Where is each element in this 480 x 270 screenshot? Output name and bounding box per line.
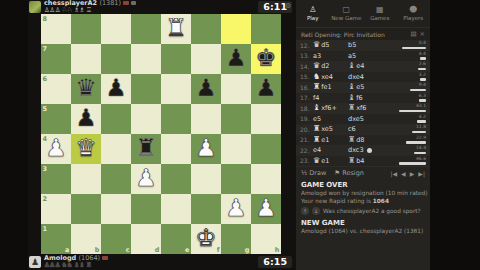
comment-icon[interactable] bbox=[367, 148, 373, 154]
square-f6[interactable]: ♟ bbox=[191, 74, 221, 104]
square-d6[interactable] bbox=[131, 74, 161, 104]
piece-icon: ♛ bbox=[313, 62, 320, 70]
black-pawn-h6[interactable]: ♟ bbox=[251, 74, 281, 104]
square-h4[interactable] bbox=[251, 134, 281, 164]
player-bar: ♟ Amologd (1064) ♟♟♟ ♞♞ ♝♝ ♜ 6:15 bbox=[28, 255, 296, 270]
black-pawn-b5[interactable]: ♟ bbox=[71, 104, 101, 134]
file-label-d: d bbox=[155, 246, 160, 254]
square-f7[interactable] bbox=[191, 44, 221, 74]
black-pawn-c6[interactable]: ♟ bbox=[101, 74, 131, 104]
player-avatar[interactable]: ♟ bbox=[29, 256, 41, 268]
rank-label-3: 3 bbox=[43, 165, 48, 173]
badge-icon bbox=[131, 1, 136, 5]
move-time-bar bbox=[399, 110, 426, 113]
move-row-21[interactable]: 21.♜e1♜d822.9 bbox=[296, 135, 430, 146]
new-game-icon: ▢ bbox=[342, 6, 350, 14]
piece-icon: ♜ bbox=[348, 136, 355, 144]
piece-icon: ♜ bbox=[313, 136, 320, 144]
black-move[interactable]: ♝f6 bbox=[348, 94, 383, 102]
captured-pieces-black: ♟♟♟ ♞♞ ♝♝ ♜ bbox=[44, 262, 108, 269]
square-h5[interactable] bbox=[251, 104, 281, 134]
move-time-value: 46.6 bbox=[416, 157, 426, 162]
move-row-16[interactable]: 16.♜fe1♝e59.4 bbox=[296, 82, 430, 93]
square-c2[interactable] bbox=[101, 194, 131, 224]
player-clock: 6:15 bbox=[258, 256, 292, 268]
new-game-subtitle: Amologd (1064) vs. chessplayerA2 (1381) bbox=[301, 228, 425, 236]
square-e5[interactable] bbox=[161, 104, 191, 134]
square-e4[interactable] bbox=[161, 134, 191, 164]
openings-book-icon[interactable]: ▤ bbox=[410, 30, 416, 38]
black-move[interactable]: b5 bbox=[348, 41, 383, 49]
black-move[interactable]: c6 bbox=[348, 125, 383, 133]
resign-button[interactable]: ⚑ Resign bbox=[334, 169, 364, 177]
white-move[interactable]: ♛d2 bbox=[313, 62, 348, 70]
square-b6[interactable]: ♛ bbox=[71, 74, 101, 104]
move-row-23[interactable]: 23.♛e1♜b446.6 bbox=[296, 156, 430, 167]
last-move-button[interactable]: ▶| bbox=[418, 170, 425, 177]
square-b5[interactable]: ♟ bbox=[71, 104, 101, 134]
white-move[interactable]: ♝xf6+ bbox=[313, 104, 348, 112]
settings-gear-icon[interactable]: ⚙ bbox=[285, 2, 291, 10]
move-row-22[interactable]: 22.e4dxc314.4 bbox=[296, 145, 430, 156]
move-time-bar bbox=[420, 78, 426, 81]
opponent-rating: (1381) bbox=[99, 0, 121, 7]
white-move[interactable]: ♞xe4 bbox=[313, 73, 348, 81]
games-icon: ▦ bbox=[376, 6, 384, 14]
piece-icon: ♝ bbox=[348, 62, 355, 70]
square-b7[interactable] bbox=[71, 44, 101, 74]
opening-name: Reti Opening: Pirc Invitation bbox=[301, 31, 407, 38]
square-f8[interactable] bbox=[191, 14, 221, 44]
black-move[interactable]: ♜b4 bbox=[348, 157, 383, 165]
move-number: 14. bbox=[300, 63, 313, 70]
move-time-bar bbox=[418, 68, 426, 71]
rank-label-6: 6 bbox=[43, 75, 48, 83]
white-move[interactable]: a3 bbox=[313, 52, 348, 60]
move-row-12[interactable]: 12.♛d5b50.4 bbox=[296, 40, 430, 51]
file-label-g: g bbox=[245, 246, 250, 254]
black-move[interactable]: ♝e4 bbox=[348, 62, 383, 70]
move-number: 12. bbox=[300, 42, 313, 49]
tab-players[interactable]: ☻ Players bbox=[397, 0, 431, 27]
rank-label-2: 2 bbox=[43, 195, 48, 203]
square-h2[interactable]: ♟ bbox=[251, 194, 281, 224]
white-move[interactable]: ♛d5 bbox=[313, 41, 348, 49]
white-move[interactable]: e4 bbox=[313, 146, 348, 154]
move-time-value: 43.1 bbox=[416, 104, 426, 109]
square-g8[interactable] bbox=[221, 14, 251, 44]
move-number: 16. bbox=[300, 84, 313, 91]
move-time-bar bbox=[399, 162, 426, 165]
play-icon: ♙ bbox=[309, 6, 316, 14]
piece-icon: ♜ bbox=[348, 104, 355, 112]
square-h8[interactable] bbox=[251, 14, 281, 44]
square-c8[interactable] bbox=[101, 14, 131, 44]
players-icon: ☻ bbox=[409, 6, 417, 14]
square-d7[interactable] bbox=[131, 44, 161, 74]
square-c1[interactable]: c bbox=[101, 224, 131, 254]
prev-move-button[interactable]: ◀ bbox=[401, 170, 406, 177]
opening-row: Reti Opening: Pirc Invitation ▤ × bbox=[296, 27, 430, 40]
piece-icon: ♝ bbox=[313, 104, 320, 112]
move-time-cell: 4.4 bbox=[383, 52, 426, 60]
white-move[interactable]: ♜xe5 bbox=[313, 125, 348, 133]
captured-pieces-white: ♙♙♙ ♘♘ ♗♗ ♖ bbox=[44, 7, 136, 14]
move-time-value: 14.4 bbox=[416, 146, 426, 151]
square-a4[interactable]: 4♟ bbox=[41, 134, 71, 164]
square-d1[interactable]: d bbox=[131, 224, 161, 254]
square-g7[interactable]: ♟ bbox=[221, 44, 251, 74]
piece-icon: ♝ bbox=[348, 94, 355, 102]
square-g6[interactable] bbox=[221, 74, 251, 104]
square-e2[interactable] bbox=[161, 194, 191, 224]
file-label-e: e bbox=[185, 246, 189, 254]
move-time-cell: 4.2 bbox=[383, 115, 426, 123]
square-h1[interactable]: h bbox=[251, 224, 281, 254]
move-number: 22. bbox=[300, 147, 313, 154]
move-number: 23. bbox=[300, 157, 313, 164]
move-time-bar bbox=[410, 89, 426, 92]
white-pawn-h2[interactable]: ♟ bbox=[251, 194, 281, 224]
square-a6[interactable]: 6 bbox=[41, 74, 71, 104]
square-c6[interactable]: ♟ bbox=[101, 74, 131, 104]
file-label-h: h bbox=[275, 246, 280, 254]
tab-bar: ♙ Play ▢ New Game ▦ Games ☻ Players bbox=[296, 0, 430, 27]
move-row-17[interactable]: 17.f4♝f66.3 bbox=[296, 93, 430, 104]
move-time-value: 11.8 bbox=[416, 125, 426, 130]
square-b8[interactable] bbox=[71, 14, 101, 44]
white-move[interactable]: ♛e1 bbox=[313, 157, 348, 165]
square-e6[interactable] bbox=[161, 74, 191, 104]
square-e7[interactable] bbox=[161, 44, 191, 74]
white-pawn-a4[interactable]: ♟ bbox=[41, 134, 71, 164]
sportsmanship-question: Was chessplayerA2 a good sport? bbox=[323, 208, 421, 214]
black-pawn-f6[interactable]: ♟ bbox=[191, 74, 221, 104]
square-c3[interactable] bbox=[101, 164, 131, 194]
chess-board[interactable]: 8♜7♟♚6♛♟♟♟5♟4♟♛♜♟3♟2♟♟1abcdef♚gh bbox=[41, 14, 281, 254]
draw-button[interactable]: ½ Draw bbox=[301, 169, 326, 177]
move-number: 18. bbox=[300, 105, 313, 112]
piece-icon: ♜ bbox=[313, 83, 320, 91]
square-h3[interactable] bbox=[251, 164, 281, 194]
game-controls: ½ Draw ⚑ Resign |◀ ◀ ▶ ▶| bbox=[296, 166, 430, 179]
move-time-cell: 46.6 bbox=[383, 157, 426, 165]
square-b4[interactable]: ♛ bbox=[71, 134, 101, 164]
square-c5[interactable] bbox=[101, 104, 131, 134]
black-king-h7[interactable]: ♚ bbox=[251, 44, 281, 74]
white-move[interactable]: f4 bbox=[313, 94, 348, 102]
square-a2[interactable]: 2 bbox=[41, 194, 71, 224]
white-pawn-f4[interactable]: ♟ bbox=[191, 134, 221, 164]
move-number: 21. bbox=[300, 136, 313, 143]
move-time-cell: 0.4 bbox=[383, 41, 426, 49]
move-time-bar bbox=[406, 141, 426, 144]
square-b3[interactable] bbox=[71, 164, 101, 194]
move-time-cell: 3.2 bbox=[383, 73, 426, 81]
move-list: 12.♛d5b50.413.a3a54.414.♛d2♝e42.615.♞xe4… bbox=[296, 40, 430, 166]
move-time-bar bbox=[412, 131, 426, 134]
square-e1[interactable]: e bbox=[161, 224, 191, 254]
sportsmanship-row: ↑ ↓ Was chessplayerA2 a good sport? bbox=[301, 207, 425, 215]
piece-icon: ♛ bbox=[313, 157, 320, 165]
move-time-bar bbox=[402, 47, 426, 50]
square-g5[interactable] bbox=[221, 104, 251, 134]
square-h7[interactable]: ♚ bbox=[251, 44, 281, 74]
move-time-cell: 22.9 bbox=[383, 136, 426, 144]
piece-icon: ♜ bbox=[348, 157, 355, 165]
black-move[interactable]: dxc3 bbox=[348, 146, 383, 154]
square-a8[interactable]: 8 bbox=[41, 14, 71, 44]
white-queen-b4[interactable]: ♛ bbox=[71, 134, 101, 164]
new-rating-value: 1064 bbox=[373, 198, 389, 204]
square-f3[interactable] bbox=[191, 164, 221, 194]
collapse-icon[interactable]: × bbox=[420, 30, 425, 38]
move-time-bar bbox=[419, 99, 426, 102]
move-time-value: 4.4 bbox=[419, 52, 426, 57]
tab-play[interactable]: ♙ Play bbox=[296, 0, 330, 27]
square-e8[interactable]: ♜ bbox=[161, 14, 191, 44]
move-time-cell: 14.4 bbox=[383, 146, 426, 154]
white-move[interactable]: e5 bbox=[313, 115, 348, 123]
move-row-15[interactable]: 15.♞xe4dxe43.2 bbox=[296, 72, 430, 83]
black-pawn-g7[interactable]: ♟ bbox=[221, 44, 251, 74]
move-row-13[interactable]: 13.a3a54.4 bbox=[296, 51, 430, 62]
flag-icon bbox=[102, 256, 108, 260]
move-time-cell: 6.3 bbox=[383, 94, 426, 102]
move-time-bar bbox=[414, 152, 426, 155]
square-a5[interactable]: 5 bbox=[41, 104, 71, 134]
piece-icon: ♜ bbox=[313, 125, 320, 133]
white-rook-e8[interactable]: ♜ bbox=[161, 14, 191, 44]
move-time-value: 6.3 bbox=[419, 94, 426, 99]
square-e3[interactable] bbox=[161, 164, 191, 194]
piece-icon: ♞ bbox=[313, 73, 320, 81]
tab-new-game[interactable]: ▢ New Game bbox=[330, 0, 364, 27]
move-time-bar bbox=[417, 120, 426, 123]
move-time-cell: 2.6 bbox=[383, 62, 426, 70]
black-move[interactable]: ♜xf6 bbox=[348, 104, 383, 112]
move-time-bar bbox=[420, 57, 426, 60]
flag-icon bbox=[123, 1, 129, 5]
tab-games[interactable]: ▦ Games bbox=[363, 0, 397, 27]
square-a7[interactable]: 7 bbox=[41, 44, 71, 74]
move-row-19[interactable]: 19.e5dxe54.2 bbox=[296, 114, 430, 125]
board-panel: chessplayerA2 (1381) ♙♙♙ ♘♘ ♗♗ ♖ 6:11 8♜… bbox=[28, 0, 296, 270]
move-time-value: 2.6 bbox=[419, 62, 426, 67]
move-time-value: 0.4 bbox=[419, 41, 426, 46]
black-move[interactable]: dxe4 bbox=[348, 73, 383, 81]
white-pawn-d3[interactable]: ♟ bbox=[131, 164, 161, 194]
move-number: 20. bbox=[300, 126, 313, 133]
move-row-18[interactable]: 18.♝xf6+♜xf643.1 bbox=[296, 103, 430, 114]
game-over-title: GAME OVER bbox=[301, 181, 425, 190]
app-frame: chessplayerA2 (1381) ♙♙♙ ♘♘ ♗♗ ♖ 6:11 8♜… bbox=[0, 0, 480, 270]
rank-label-7: 7 bbox=[43, 45, 48, 53]
move-time-value: 4.2 bbox=[419, 115, 426, 120]
rating-update-text: Your new Rapid rating is 1064 bbox=[301, 198, 425, 206]
black-move[interactable]: dxe5 bbox=[348, 115, 383, 123]
move-time-cell: 9.4 bbox=[383, 83, 426, 91]
square-f1[interactable]: f♚ bbox=[191, 224, 221, 254]
white-king-f1[interactable]: ♚ bbox=[191, 224, 221, 254]
next-move-button[interactable]: ▶ bbox=[410, 170, 415, 177]
square-d8[interactable] bbox=[131, 14, 161, 44]
square-c7[interactable] bbox=[101, 44, 131, 74]
move-row-14[interactable]: 14.♛d2♝e42.6 bbox=[296, 61, 430, 72]
rank-label-1: 1 bbox=[43, 225, 48, 233]
move-number: 17. bbox=[300, 94, 313, 101]
square-a3[interactable]: 3 bbox=[41, 164, 71, 194]
move-number: 19. bbox=[300, 115, 313, 122]
move-time-cell: 11.8 bbox=[383, 125, 426, 133]
square-h6[interactable]: ♟ bbox=[251, 74, 281, 104]
white-move[interactable]: ♜e1 bbox=[313, 136, 348, 144]
square-d3[interactable]: ♟ bbox=[131, 164, 161, 194]
new-game-title: NEW GAME bbox=[301, 218, 425, 228]
black-queen-b6[interactable]: ♛ bbox=[71, 74, 101, 104]
square-g2[interactable]: ♟ bbox=[221, 194, 251, 224]
black-move[interactable]: ♝e5 bbox=[348, 83, 383, 91]
square-d2[interactable] bbox=[131, 194, 161, 224]
square-a1[interactable]: 1a bbox=[41, 224, 71, 254]
move-number: 15. bbox=[300, 73, 313, 80]
square-g4[interactable] bbox=[221, 134, 251, 164]
black-move[interactable]: a5 bbox=[348, 52, 383, 60]
file-label-b: b bbox=[95, 246, 100, 254]
move-row-20[interactable]: 20.♜xe5c611.8 bbox=[296, 124, 430, 135]
thumbs-up-icon[interactable]: ↑ bbox=[301, 207, 309, 215]
square-g1[interactable]: g bbox=[221, 224, 251, 254]
black-move[interactable]: ♜d8 bbox=[348, 136, 383, 144]
square-f5[interactable] bbox=[191, 104, 221, 134]
file-label-a: a bbox=[65, 246, 69, 254]
square-c4[interactable] bbox=[101, 134, 131, 164]
white-move[interactable]: ♜fe1 bbox=[313, 83, 348, 91]
square-d5[interactable] bbox=[131, 104, 161, 134]
opponent-bar: chessplayerA2 (1381) ♙♙♙ ♘♘ ♗♗ ♖ 6:11 bbox=[28, 0, 296, 14]
white-pawn-g2[interactable]: ♟ bbox=[221, 194, 251, 224]
piece-icon: ♝ bbox=[348, 83, 355, 91]
game-result-text: Amologd won by resignation (10 min rated… bbox=[301, 190, 425, 198]
piece-icon: ♛ bbox=[313, 41, 320, 49]
move-time-value: 3.2 bbox=[419, 73, 426, 78]
square-g3[interactable] bbox=[221, 164, 251, 194]
square-f2[interactable] bbox=[191, 194, 221, 224]
opponent-avatar[interactable] bbox=[29, 1, 41, 13]
move-number: 13. bbox=[300, 52, 313, 59]
game-over-section: GAME OVER Amologd won by resignation (10… bbox=[296, 179, 430, 236]
file-label-c: c bbox=[126, 246, 130, 254]
move-time-value: 9.4 bbox=[419, 83, 426, 88]
square-b1[interactable]: b bbox=[71, 224, 101, 254]
thumbs-down-icon[interactable]: ↓ bbox=[312, 207, 320, 215]
sidebar: ♙ Play ▢ New Game ▦ Games ☻ Players Reti… bbox=[296, 0, 430, 270]
first-move-button[interactable]: |◀ bbox=[390, 170, 397, 177]
square-d4[interactable]: ♜ bbox=[131, 134, 161, 164]
black-rook-d4[interactable]: ♜ bbox=[131, 134, 161, 164]
move-time-cell: 43.1 bbox=[383, 104, 426, 112]
rank-label-8: 8 bbox=[43, 15, 48, 23]
move-time-value: 22.9 bbox=[416, 136, 426, 141]
square-b2[interactable] bbox=[71, 194, 101, 224]
rank-label-5: 5 bbox=[43, 105, 48, 113]
square-f4[interactable]: ♟ bbox=[191, 134, 221, 164]
